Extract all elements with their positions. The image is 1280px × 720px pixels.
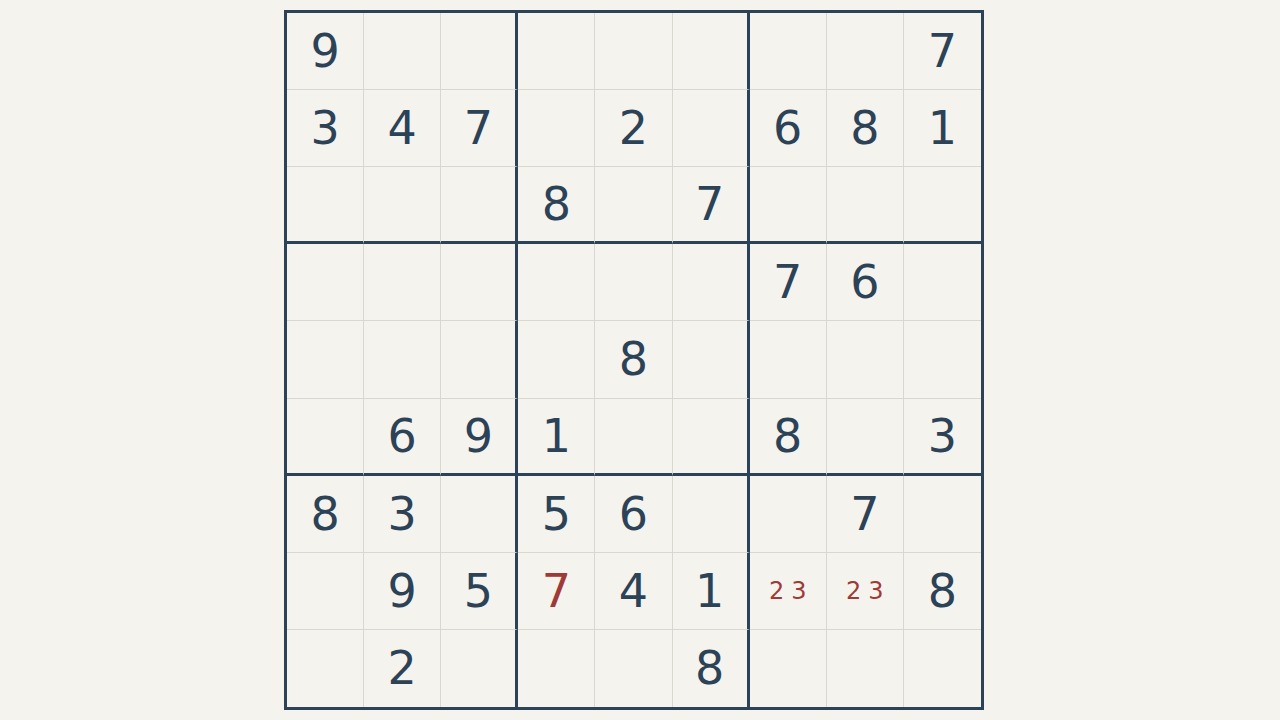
cell-r4c7[interactable]: 7 <box>750 244 827 321</box>
cell-r5c5[interactable]: 8 <box>595 321 672 398</box>
cell-r5c8[interactable] <box>827 321 904 398</box>
cell-r7c1[interactable]: 8 <box>287 476 364 553</box>
cell-r6c9[interactable]: 3 <box>904 399 981 476</box>
cell-r5c1[interactable] <box>287 321 364 398</box>
digit: 8 <box>542 181 571 227</box>
cell-r7c8[interactable]: 7 <box>827 476 904 553</box>
cell-r6c2[interactable]: 6 <box>364 399 441 476</box>
digit: 3 <box>928 413 957 459</box>
cell-r4c6[interactable] <box>673 244 750 321</box>
cell-r7c9[interactable] <box>904 476 981 553</box>
cell-r8c3[interactable]: 5 <box>441 553 518 630</box>
cell-r7c4[interactable]: 5 <box>518 476 595 553</box>
digit: 2 <box>619 105 648 151</box>
cell-r9c7[interactable] <box>750 630 827 707</box>
digit: 7 <box>542 568 571 614</box>
sudoku-board: 973472681877686918383567957412323828 <box>284 10 984 710</box>
digit: 4 <box>619 568 648 614</box>
digit: 5 <box>542 491 571 537</box>
cell-r9c4[interactable] <box>518 630 595 707</box>
cell-r1c5[interactable] <box>595 13 672 90</box>
digit: 7 <box>695 181 724 227</box>
cell-r5c2[interactable] <box>364 321 441 398</box>
digit: 9 <box>464 413 493 459</box>
digit: 8 <box>695 645 724 691</box>
cell-r6c4[interactable]: 1 <box>518 399 595 476</box>
cell-r4c8[interactable]: 6 <box>827 244 904 321</box>
candidate-marks: 23 <box>762 579 814 603</box>
cell-r3c9[interactable] <box>904 167 981 244</box>
cell-r4c4[interactable] <box>518 244 595 321</box>
digit: 8 <box>619 336 648 382</box>
cell-r8c7[interactable]: 23 <box>750 553 827 630</box>
digit: 3 <box>310 105 339 151</box>
cell-r3c7[interactable] <box>750 167 827 244</box>
digit: 8 <box>773 413 802 459</box>
cell-r5c4[interactable] <box>518 321 595 398</box>
cell-r9c9[interactable] <box>904 630 981 707</box>
cell-r3c2[interactable] <box>364 167 441 244</box>
digit: 8 <box>850 105 879 151</box>
digit: 1 <box>928 105 957 151</box>
cell-r1c8[interactable] <box>827 13 904 90</box>
cell-r9c3[interactable] <box>441 630 518 707</box>
cell-r2c6[interactable] <box>673 90 750 167</box>
cell-r3c3[interactable] <box>441 167 518 244</box>
cell-r1c2[interactable] <box>364 13 441 90</box>
digit: 7 <box>928 28 957 74</box>
digit: 6 <box>388 413 417 459</box>
cell-r6c3[interactable]: 9 <box>441 399 518 476</box>
cell-r4c2[interactable] <box>364 244 441 321</box>
candidate-marks: 23 <box>839 579 891 603</box>
cell-r1c4[interactable] <box>518 13 595 90</box>
digit: 5 <box>464 568 493 614</box>
cell-r8c4[interactable]: 7 <box>518 553 595 630</box>
cell-r6c6[interactable] <box>673 399 750 476</box>
cell-r2c9[interactable]: 1 <box>904 90 981 167</box>
digit: 6 <box>619 491 648 537</box>
cell-r4c1[interactable] <box>287 244 364 321</box>
cell-r4c5[interactable] <box>595 244 672 321</box>
cell-r1c1[interactable]: 9 <box>287 13 364 90</box>
cell-r8c6[interactable]: 1 <box>673 553 750 630</box>
cell-r6c1[interactable] <box>287 399 364 476</box>
cell-r7c3[interactable] <box>441 476 518 553</box>
digit: 9 <box>310 28 339 74</box>
cell-r2c2[interactable]: 4 <box>364 90 441 167</box>
cell-r3c8[interactable] <box>827 167 904 244</box>
cell-r6c7[interactable]: 8 <box>750 399 827 476</box>
digit: 3 <box>388 491 417 537</box>
digit: 8 <box>310 491 339 537</box>
digit: 1 <box>695 568 724 614</box>
cell-r9c2[interactable]: 2 <box>364 630 441 707</box>
cell-r1c7[interactable] <box>750 13 827 90</box>
cell-r6c8[interactable] <box>827 399 904 476</box>
cell-r8c9[interactable]: 8 <box>904 553 981 630</box>
digit: 7 <box>850 491 879 537</box>
cell-r7c7[interactable] <box>750 476 827 553</box>
digit: 9 <box>388 568 417 614</box>
cell-r5c6[interactable] <box>673 321 750 398</box>
digit: 2 <box>388 645 417 691</box>
cell-r1c6[interactable] <box>673 13 750 90</box>
cell-r1c9[interactable]: 7 <box>904 13 981 90</box>
digit: 7 <box>773 259 802 305</box>
cell-r9c6[interactable]: 8 <box>673 630 750 707</box>
cell-r3c6[interactable]: 7 <box>673 167 750 244</box>
digit: 4 <box>388 105 417 151</box>
cell-r4c9[interactable] <box>904 244 981 321</box>
cell-r2c5[interactable]: 2 <box>595 90 672 167</box>
cell-r8c2[interactable]: 9 <box>364 553 441 630</box>
cell-r9c1[interactable] <box>287 630 364 707</box>
cell-r8c5[interactable]: 4 <box>595 553 672 630</box>
cell-r5c7[interactable] <box>750 321 827 398</box>
cell-r2c4[interactable] <box>518 90 595 167</box>
cell-r8c8[interactable]: 23 <box>827 553 904 630</box>
cell-r8c1[interactable] <box>287 553 364 630</box>
cell-r2c7[interactable]: 6 <box>750 90 827 167</box>
digit: 8 <box>928 568 957 614</box>
cell-r6c5[interactable] <box>595 399 672 476</box>
digit: 1 <box>542 413 571 459</box>
cell-r2c8[interactable]: 8 <box>827 90 904 167</box>
cell-r7c2[interactable]: 3 <box>364 476 441 553</box>
cell-r7c5[interactable]: 6 <box>595 476 672 553</box>
cell-r3c4[interactable]: 8 <box>518 167 595 244</box>
digit: 7 <box>464 105 493 151</box>
digit: 6 <box>850 259 879 305</box>
cell-r3c1[interactable] <box>287 167 364 244</box>
cell-r9c8[interactable] <box>827 630 904 707</box>
cell-r5c3[interactable] <box>441 321 518 398</box>
cell-r4c3[interactable] <box>441 244 518 321</box>
cell-r7c6[interactable] <box>673 476 750 553</box>
digit: 6 <box>773 105 802 151</box>
cell-r2c3[interactable]: 7 <box>441 90 518 167</box>
cell-r9c5[interactable] <box>595 630 672 707</box>
cell-r3c5[interactable] <box>595 167 672 244</box>
cell-r1c3[interactable] <box>441 13 518 90</box>
cell-r2c1[interactable]: 3 <box>287 90 364 167</box>
cell-r5c9[interactable] <box>904 321 981 398</box>
